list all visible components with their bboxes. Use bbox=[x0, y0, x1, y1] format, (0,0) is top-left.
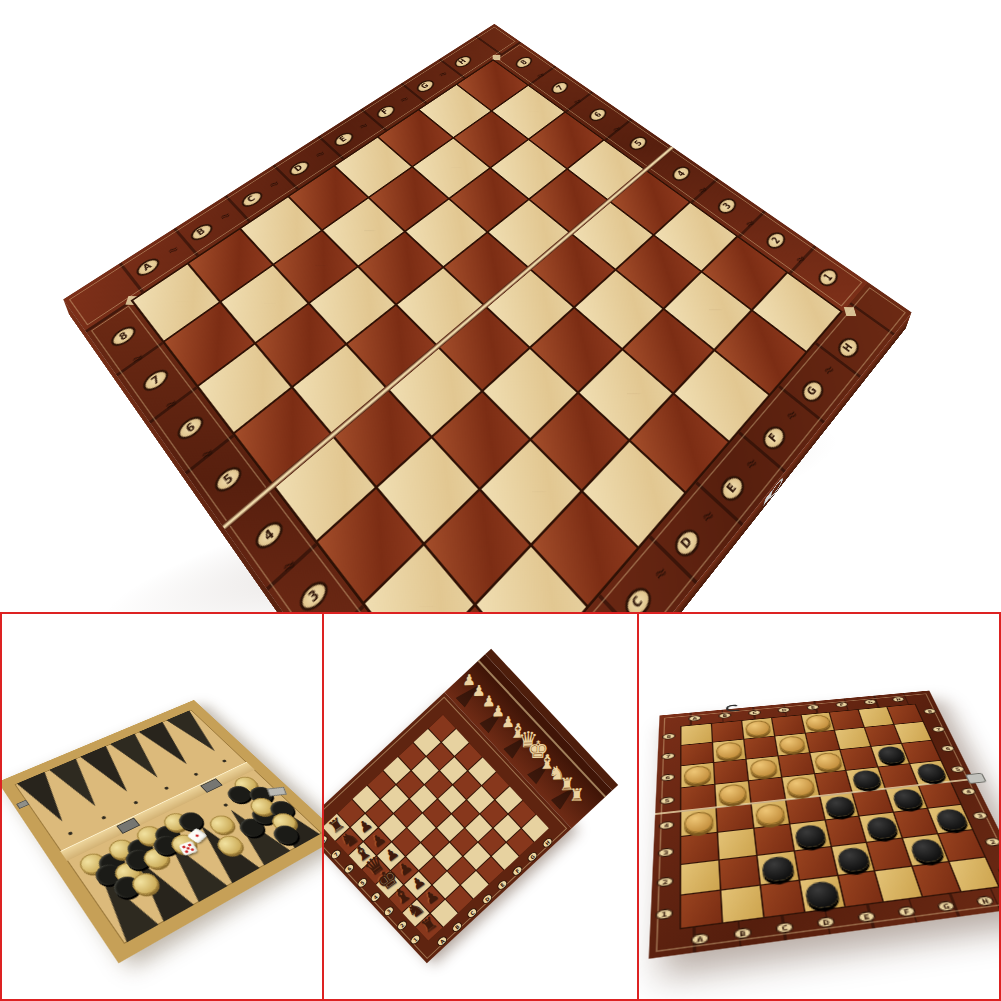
piece-glyph: ♟ bbox=[297, 229, 332, 268]
scroll-ornament: ≈ bbox=[163, 396, 179, 414]
checkers-latch bbox=[965, 773, 987, 784]
piece-glyph: ♟ bbox=[346, 195, 379, 232]
rank-label-4: 4 bbox=[251, 517, 287, 554]
scroll-ornament: ≈ bbox=[130, 350, 145, 366]
file-label-H: H bbox=[833, 334, 862, 362]
piece-glyph: ♟ bbox=[650, 310, 687, 352]
point-dot bbox=[68, 831, 74, 835]
point-dot bbox=[193, 772, 198, 776]
piece-glyph: ♝ bbox=[556, 485, 615, 551]
die-pip bbox=[184, 850, 188, 853]
die-pip bbox=[186, 847, 190, 850]
file-label-D: D bbox=[669, 524, 703, 562]
thumb-checkers: AA88BB77CC66DD55EE44FF33GG22HH11 bbox=[637, 614, 999, 999]
piece-glyph: ♟ bbox=[396, 557, 441, 608]
die-pip bbox=[188, 843, 192, 846]
file-label-E: E bbox=[715, 471, 748, 506]
scroll-ornament: ≈ bbox=[820, 361, 838, 378]
piece-glyph: ♟ bbox=[189, 303, 226, 344]
backgammon-latch bbox=[267, 787, 287, 797]
die-pip bbox=[181, 845, 185, 848]
file-label-F: F bbox=[758, 422, 789, 454]
rank-label-3: 3 bbox=[295, 576, 332, 617]
checkers-board: AA88BB77CC66DD55EE44FF33GG22HH11 bbox=[649, 691, 999, 959]
piece-glyph: ♟ bbox=[392, 163, 424, 199]
scroll-ornament: ≈ bbox=[199, 444, 216, 463]
file-label-G: G bbox=[797, 376, 827, 406]
scroll-ornament: ≈ bbox=[698, 505, 718, 526]
piece-glyph: ♟ bbox=[560, 398, 600, 443]
rank-label-6: 6 bbox=[174, 412, 207, 444]
scroll-ornament: ≈ bbox=[650, 562, 671, 585]
piece-glyph: ♟ bbox=[435, 134, 466, 169]
point-dot bbox=[164, 786, 169, 790]
piece-glyph: ♟ bbox=[455, 500, 499, 549]
corner-inlay bbox=[844, 307, 857, 316]
piece-glyph: ♟ bbox=[690, 271, 726, 311]
point-dot bbox=[223, 803, 229, 807]
magnet-light-rook: ♜ bbox=[569, 786, 585, 803]
point-dot bbox=[222, 759, 227, 763]
piece-glyph: ♞ bbox=[503, 547, 560, 610]
die-pip bbox=[191, 848, 195, 851]
rank-label-5: 5 bbox=[211, 462, 246, 496]
thumb-magnetic: 8A7B6C5D4E3F2G1H♜♞♝♛♚♝♞♜♟♟♟♟♟♟♟♟♟♟♟♝♛♚♝♞… bbox=[322, 614, 637, 999]
point-dot bbox=[101, 816, 107, 820]
chess-3d-scene: ABCDEFGH≈≈≈≈≈≈≈ABCDEFGH≈≈≈≈≈≈≈12345678≈≈… bbox=[0, 0, 1001, 612]
piece-glyph: ♟ bbox=[607, 353, 646, 396]
thumbnail-strip: 8A7B6C5D4E3F2G1H♜♞♝♛♚♝♞♜♟♟♟♟♟♟♟♟♟♟♟♝♛♚♝♞… bbox=[0, 612, 1001, 1001]
point-dot bbox=[133, 801, 138, 805]
backgammon-hinge-knob bbox=[16, 800, 29, 809]
scroll-ornament: ≈ bbox=[280, 555, 299, 578]
piece-glyph: ♟ bbox=[245, 265, 281, 305]
die-pip bbox=[195, 834, 199, 837]
scroll-ornament: ≈ bbox=[782, 406, 801, 424]
thumb-backgammon bbox=[2, 614, 322, 999]
rank-label-8: 8 bbox=[108, 323, 139, 350]
piece-glyph: ♟ bbox=[475, 106, 505, 140]
scroll-ornament: ≈ bbox=[742, 454, 762, 473]
magnetic-board: 8A7B6C5D4E3F2G1H♜♞♝♛♚♝♞♜♟♟♟♟♟♟♟♟♟♟♟♝♛♚♝♞… bbox=[322, 649, 618, 964]
rank-label-7: 7 bbox=[140, 366, 172, 395]
backgammon-board bbox=[2, 700, 322, 963]
checkers-far-hook bbox=[726, 704, 740, 712]
piece-glyph: ♟ bbox=[510, 447, 552, 494]
hero-chess-photo: ABCDEFGH≈≈≈≈≈≈≈ABCDEFGH≈≈≈≈≈≈≈12345678≈≈… bbox=[0, 0, 1001, 612]
